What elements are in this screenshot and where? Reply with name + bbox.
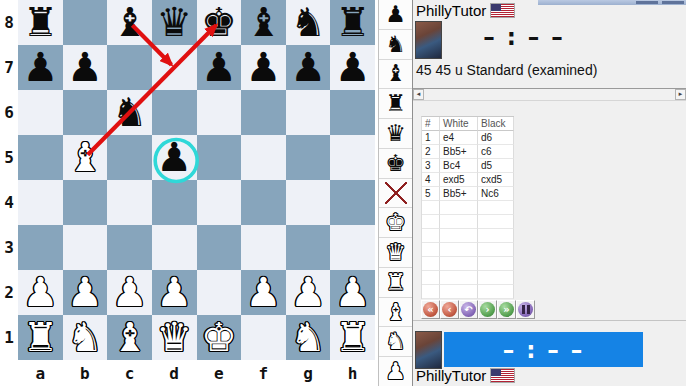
move-black-1[interactable]: d6 [478, 131, 514, 145]
empty-cell [422, 285, 440, 299]
move-number: 5 [422, 187, 440, 201]
empty-cell [478, 201, 514, 215]
black-queen-icon: ♛ [385, 122, 406, 145]
empty-cell [478, 243, 514, 257]
empty-cell [440, 201, 478, 215]
square-h1[interactable]: ♜ [330, 315, 375, 360]
move-number: 3 [422, 159, 440, 173]
white-king-e1[interactable]: ♚ [201, 315, 237, 360]
delete-x-icon [385, 182, 407, 204]
black-queen-d8[interactable]: ♛ [156, 0, 192, 45]
top-player-avatar [415, 21, 442, 59]
empty-cell [422, 229, 440, 243]
black-knight-c6[interactable]: ♞ [112, 90, 148, 135]
white-bishop-b5[interactable]: ♝ [67, 135, 103, 180]
square-a7[interactable]: ♟ [18, 45, 63, 90]
forward-icon: › [480, 302, 495, 317]
palette-delete-x[interactable] [379, 179, 412, 209]
square-h5[interactable] [330, 135, 375, 180]
move-header-Black: Black [478, 117, 514, 131]
forward-to-end-icon: » [499, 302, 514, 317]
square-g4[interactable] [286, 180, 331, 225]
file-label-f: f [241, 360, 286, 386]
empty-cell [478, 285, 514, 299]
bottom-player-clock: – : – – [444, 332, 643, 367]
empty-cell [422, 243, 440, 257]
white-king-icon: ♚ [385, 211, 406, 234]
empty-cell [422, 257, 440, 271]
black-pawn-g7[interactable]: ♟ [290, 45, 326, 90]
square-a8[interactable]: ♜ [18, 0, 63, 45]
square-e2[interactable] [197, 270, 242, 315]
file-label-d: d [152, 360, 197, 386]
palette-white-king[interactable]: ♚ [379, 208, 412, 238]
move-white-5[interactable]: Bb5+ [440, 187, 478, 201]
square-d5[interactable]: ♟ [152, 135, 197, 180]
white-queen-icon: ♛ [385, 241, 406, 264]
white-rook-icon: ♜ [385, 271, 406, 294]
file-label-e: e [197, 360, 242, 386]
square-c6[interactable]: ♞ [107, 90, 152, 135]
window-title-strip [538, 0, 686, 5]
rank-label-1: 1 [0, 315, 18, 360]
scroll-right-arrow-icon[interactable]: ► [675, 89, 686, 100]
square-a1[interactable]: ♜ [18, 315, 63, 360]
separator [413, 320, 686, 321]
rank-label-7: 7 [0, 45, 18, 90]
piece-palette: ♟♞♝♜♛♚♚♛♜♝♞♟ [378, 0, 412, 386]
revert-button[interactable]: ↶ [459, 300, 478, 319]
square-b1[interactable]: ♞ [63, 315, 108, 360]
square-f6[interactable] [241, 90, 286, 135]
back-button[interactable]: ‹ [440, 300, 459, 319]
black-rook-icon: ♜ [385, 92, 406, 115]
move-white-3[interactable]: Bc4 [440, 159, 478, 173]
square-f3[interactable] [241, 225, 286, 270]
board-squares: ♜♝♛♚♝♞♜♟♟♟♟♟♟♞♝♟♟♟♟♟♟♟♟♜♞♝♛♚♞♜ [18, 0, 375, 360]
white-pawn-h2[interactable]: ♟ [335, 270, 371, 315]
white-knight-g1[interactable]: ♞ [290, 315, 326, 360]
palette-black-pawn[interactable]: ♟ [379, 0, 412, 30]
back-to-start-button[interactable]: « [421, 300, 440, 319]
black-pawn-a7[interactable]: ♟ [22, 45, 58, 90]
us-flag-icon [491, 4, 514, 17]
square-g6[interactable] [286, 90, 331, 135]
file-labels: abcdefgh [18, 360, 375, 386]
horizontal-scrollbar[interactable]: ◄ ► [413, 88, 686, 101]
square-c8[interactable]: ♝ [107, 0, 152, 45]
file-label-a: a [18, 360, 63, 386]
forward-button[interactable]: › [478, 300, 497, 319]
white-queen-d1[interactable]: ♛ [156, 315, 192, 360]
file-label-c: c [107, 360, 152, 386]
square-d2[interactable]: ♟ [152, 270, 197, 315]
move-number: 4 [422, 173, 440, 187]
empty-cell [478, 229, 514, 243]
empty-cell [440, 285, 478, 299]
palette-black-bishop[interactable]: ♝ [379, 60, 412, 90]
white-rook-h1[interactable]: ♜ [335, 315, 371, 360]
white-pawn-d2[interactable]: ♟ [156, 270, 192, 315]
rank-label-4: 4 [0, 180, 18, 225]
move-white-4[interactable]: exd5 [440, 173, 478, 187]
square-c7[interactable] [107, 45, 152, 90]
white-knight-icon: ♞ [385, 330, 406, 353]
square-b3[interactable] [63, 225, 108, 270]
black-pawn-e7[interactable]: ♟ [201, 45, 237, 90]
square-d4[interactable] [152, 180, 197, 225]
empty-cell [478, 271, 514, 285]
white-pawn-g2[interactable]: ♟ [290, 270, 326, 315]
black-pawn-b7[interactable]: ♟ [67, 45, 103, 90]
move-white-2[interactable]: Bb5+ [440, 145, 478, 159]
white-pawn-f2[interactable]: ♟ [246, 270, 282, 315]
scroll-left-arrow-icon[interactable]: ◄ [413, 89, 424, 100]
square-c4[interactable] [107, 180, 152, 225]
empty-cell [440, 215, 478, 229]
white-pawn-c2[interactable]: ♟ [112, 270, 148, 315]
empty-cell [478, 257, 514, 271]
square-g7[interactable]: ♟ [286, 45, 331, 90]
square-b6[interactable] [63, 90, 108, 135]
square-b7[interactable]: ♟ [63, 45, 108, 90]
empty-cell [422, 201, 440, 215]
rank-label-3: 3 [0, 225, 18, 270]
black-bishop-f8[interactable]: ♝ [246, 0, 282, 45]
bottom-player-row: PhillyTutor [416, 367, 514, 384]
chess-client-window: 87654321 ♜♝♛♚♝♞♜♟♟♟♟♟♟♞♝♟♟♟♟♟♟♟♟♜♞♝♛♚♞♜ … [0, 0, 686, 386]
forward-to-end-button[interactable]: » [497, 300, 516, 319]
square-c1[interactable]: ♝ [107, 315, 152, 360]
rank-label-2: 2 [0, 270, 18, 315]
palette-black-king[interactable]: ♚ [379, 149, 412, 179]
square-b4[interactable] [63, 180, 108, 225]
square-a6[interactable] [18, 90, 63, 135]
black-pawn-f7[interactable]: ♟ [246, 45, 282, 90]
move-black-4[interactable]: cxd5 [478, 173, 514, 187]
top-player-row: PhillyTutor [416, 2, 514, 19]
square-d6[interactable] [152, 90, 197, 135]
black-pawn-icon: ♟ [385, 3, 406, 26]
white-bishop-c1[interactable]: ♝ [112, 315, 148, 360]
palette-black-rook[interactable]: ♜ [379, 89, 412, 119]
black-rook-h8[interactable]: ♜ [335, 0, 371, 45]
right-panel: PhillyTutor – : – – 45 45 u Standard (ex… [412, 0, 686, 386]
square-h7[interactable]: ♟ [330, 45, 375, 90]
empty-cell [422, 215, 440, 229]
square-d7[interactable] [152, 45, 197, 90]
square-h4[interactable] [330, 180, 375, 225]
move-black-2[interactable]: c6 [478, 145, 514, 159]
move-header-White: White [440, 117, 478, 131]
square-a4[interactable] [18, 180, 63, 225]
top-player-name: PhillyTutor [416, 2, 486, 19]
empty-cell [440, 271, 478, 285]
palette-white-knight[interactable]: ♞ [379, 327, 412, 357]
black-pawn-h7[interactable]: ♟ [335, 45, 371, 90]
empty-cell [440, 243, 478, 257]
black-rook-a8[interactable]: ♜ [22, 0, 58, 45]
square-g2[interactable]: ♟ [286, 270, 331, 315]
empty-cell [440, 257, 478, 271]
square-e4[interactable] [197, 180, 242, 225]
commit-icon [518, 302, 533, 317]
rank-label-6: 6 [0, 90, 18, 135]
game-info: 45 45 u Standard (examined) [416, 62, 597, 78]
square-b8[interactable] [63, 0, 108, 45]
move-black-3[interactable]: d5 [478, 159, 514, 173]
palette-white-pawn[interactable]: ♟ [379, 357, 412, 386]
white-pawn-a2[interactable]: ♟ [22, 270, 58, 315]
move-black-5[interactable]: Nc6 [478, 187, 514, 201]
back-icon: ‹ [442, 302, 457, 317]
nav-buttons-row: «‹↶›» [421, 300, 535, 319]
palette-white-rook[interactable]: ♜ [379, 268, 412, 298]
move-header-#: # [422, 117, 440, 131]
black-king-icon: ♚ [385, 152, 406, 175]
black-knight-icon: ♞ [385, 33, 406, 56]
white-rook-a1[interactable]: ♜ [22, 315, 58, 360]
square-f4[interactable] [241, 180, 286, 225]
rank-label-5: 5 [0, 135, 18, 180]
palette-white-queen[interactable]: ♛ [379, 238, 412, 268]
rank-label-8: 8 [0, 0, 18, 45]
top-player-clock: – : – – [455, 22, 593, 52]
square-f7[interactable]: ♟ [241, 45, 286, 90]
window-button[interactable] [662, 1, 684, 4]
square-e5[interactable] [197, 135, 242, 180]
square-a3[interactable] [18, 225, 63, 270]
white-bishop-icon: ♝ [385, 301, 406, 324]
move-number: 2 [422, 145, 440, 159]
black-pawn-d5[interactable]: ♟ [156, 135, 192, 180]
square-h8[interactable]: ♜ [330, 0, 375, 45]
black-king-e8[interactable]: ♚ [201, 0, 237, 45]
square-f5[interactable] [241, 135, 286, 180]
square-e3[interactable] [197, 225, 242, 270]
square-f8[interactable]: ♝ [241, 0, 286, 45]
square-h6[interactable] [330, 90, 375, 135]
square-h3[interactable] [330, 225, 375, 270]
move-white-1[interactable]: e4 [440, 131, 478, 145]
black-bishop-c8[interactable]: ♝ [112, 0, 148, 45]
square-b2[interactable]: ♟ [63, 270, 108, 315]
square-g8[interactable]: ♞ [286, 0, 331, 45]
palette-white-bishop[interactable]: ♝ [379, 298, 412, 328]
empty-cell [478, 215, 514, 229]
square-c3[interactable] [107, 225, 152, 270]
square-b5[interactable]: ♝ [63, 135, 108, 180]
palette-black-knight[interactable]: ♞ [379, 30, 412, 60]
square-g1[interactable]: ♞ [286, 315, 331, 360]
us-flag-icon [491, 369, 514, 382]
square-d1[interactable]: ♛ [152, 315, 197, 360]
empty-cell [422, 271, 440, 285]
file-label-b: b [63, 360, 108, 386]
white-knight-b1[interactable]: ♞ [67, 315, 103, 360]
file-label-g: g [286, 360, 331, 386]
palette-black-queen[interactable]: ♛ [379, 119, 412, 149]
square-e6[interactable] [197, 90, 242, 135]
square-d3[interactable] [152, 225, 197, 270]
black-bishop-icon: ♝ [385, 62, 406, 85]
bottom-player-avatar [415, 331, 442, 369]
square-e8[interactable]: ♚ [197, 0, 242, 45]
chess-board: 87654321 ♜♝♛♚♝♞♜♟♟♟♟♟♟♞♝♟♟♟♟♟♟♟♟♜♞♝♛♚♞♜ … [0, 0, 378, 386]
square-d8[interactable]: ♛ [152, 0, 197, 45]
square-e1[interactable]: ♚ [197, 315, 242, 360]
square-g3[interactable] [286, 225, 331, 270]
square-g5[interactable] [286, 135, 331, 180]
window-button[interactable] [636, 1, 658, 4]
square-h2[interactable]: ♟ [330, 270, 375, 315]
commit-mark [522, 305, 530, 314]
rank-labels: 87654321 [0, 0, 18, 360]
white-pawn-b2[interactable]: ♟ [67, 270, 103, 315]
empty-cell [440, 229, 478, 243]
square-a5[interactable] [18, 135, 63, 180]
square-c5[interactable] [107, 135, 152, 180]
bottom-player-name: PhillyTutor [416, 367, 486, 384]
square-c2[interactable]: ♟ [107, 270, 152, 315]
file-label-h: h [330, 360, 375, 386]
square-f1[interactable] [241, 315, 286, 360]
back-to-start-icon: « [423, 302, 438, 317]
commit-button[interactable] [516, 300, 535, 319]
revert-icon: ↶ [461, 302, 476, 317]
black-knight-g8[interactable]: ♞ [290, 0, 326, 45]
move-number: 1 [422, 131, 440, 145]
square-f2[interactable]: ♟ [241, 270, 286, 315]
square-a2[interactable]: ♟ [18, 270, 63, 315]
white-pawn-icon: ♟ [385, 360, 406, 383]
square-e7[interactable]: ♟ [197, 45, 242, 90]
move-list-table: #WhiteBlack1e4d62Bb5+c63Bc4d54exd5cxd55B… [421, 116, 514, 299]
